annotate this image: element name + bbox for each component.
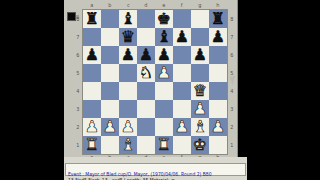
square-g7	[191, 28, 209, 46]
square-c5	[119, 64, 137, 82]
square-b4	[101, 82, 119, 100]
square-d5: ♞	[137, 64, 155, 82]
square-c1: ♝	[119, 136, 137, 154]
square-g5	[191, 64, 209, 82]
square-e6: ♟	[155, 46, 173, 64]
square-e4	[155, 82, 173, 100]
rank-label-6: 6	[228, 46, 236, 64]
square-e8: ♚	[155, 10, 173, 28]
square-b7	[101, 28, 119, 46]
square-c4	[119, 82, 137, 100]
square-b8	[101, 10, 119, 28]
square-d4	[137, 82, 155, 100]
rank-label-6: 6	[74, 46, 82, 64]
square-g3: ♟	[191, 100, 209, 118]
rank-label-1: 1	[228, 136, 236, 154]
square-a4	[83, 82, 101, 100]
rank-label-5: 5	[74, 64, 82, 82]
square-e5: ♟	[155, 64, 173, 82]
square-d3	[137, 100, 155, 118]
white-queen-g4: ♛	[193, 82, 207, 100]
rank-label-3: 3	[74, 100, 82, 118]
square-g8	[191, 10, 209, 28]
square-h8: ♜	[209, 10, 227, 28]
square-h3	[209, 100, 227, 118]
square-d2	[137, 118, 155, 136]
square-f8	[173, 10, 191, 28]
square-b6	[101, 46, 119, 64]
square-f7: ♟	[173, 28, 191, 46]
white-pawn-h2: ♟	[211, 118, 225, 136]
black-bishop-e7: ♝	[157, 28, 171, 46]
square-a6: ♟	[83, 46, 101, 64]
black-pawn-c6: ♟	[121, 46, 135, 64]
square-d8	[137, 10, 155, 28]
square-h5	[209, 64, 227, 82]
square-f3	[173, 100, 191, 118]
square-d7	[137, 28, 155, 46]
black-rook-a8: ♜	[85, 10, 99, 28]
white-pawn-e5: ♟	[157, 64, 171, 82]
square-a2: ♟	[83, 118, 101, 136]
white-bishop-g2: ♝	[193, 118, 207, 136]
square-f1	[173, 136, 191, 154]
square-c3	[119, 100, 137, 118]
square-g2: ♝	[191, 118, 209, 136]
white-pawn-a2: ♟	[85, 118, 99, 136]
black-pawn-a6: ♟	[85, 46, 99, 64]
rank-label-2: 2	[74, 118, 82, 136]
square-a1: ♜	[83, 136, 101, 154]
square-e1: ♜	[155, 136, 173, 154]
black-king-e8: ♚	[157, 10, 171, 28]
square-f5	[173, 64, 191, 82]
white-rook-e1: ♜	[157, 136, 171, 154]
square-e2	[155, 118, 173, 136]
square-a5	[83, 64, 101, 82]
square-b5	[101, 64, 119, 82]
white-pawn-f2: ♟	[175, 118, 189, 136]
white-pawn-g3: ♟	[193, 100, 207, 118]
rank-label-7: 7	[228, 28, 236, 46]
white-pawn-b2: ♟	[103, 118, 117, 136]
file-label-b: b	[101, 1, 119, 10]
square-g4: ♛	[191, 82, 209, 100]
rank-label-3: 3	[228, 100, 236, 118]
square-f4	[173, 82, 191, 100]
square-e3	[155, 100, 173, 118]
rank-label-8: 8	[74, 10, 82, 28]
file-label-g: g	[191, 1, 209, 10]
black-pawn-g6: ♟	[193, 46, 207, 64]
black-pawn-d6: ♟	[139, 46, 153, 64]
square-a3	[83, 100, 101, 118]
square-c8: ♝	[119, 10, 137, 28]
square-a7	[83, 28, 101, 46]
chess-board: ♜♝♚♜♛♝♟♟♟♟♟♟♟♞♟♛♟♟♟♟♟♝♟♜♝♜♚	[83, 10, 227, 154]
square-h2: ♟	[209, 118, 227, 136]
rank-labels-left: 87654321	[74, 10, 82, 154]
square-c2: ♟	[119, 118, 137, 136]
black-rook-h8: ♜	[211, 10, 225, 28]
square-b1	[101, 136, 119, 154]
rank-label-7: 7	[74, 28, 82, 46]
black-queen-c7: ♛	[121, 28, 135, 46]
square-h6	[209, 46, 227, 64]
white-pawn-c2: ♟	[121, 118, 135, 136]
file-label-f: f	[173, 1, 191, 10]
white-bishop-c1: ♝	[121, 136, 135, 154]
square-h4	[209, 82, 227, 100]
square-c6: ♟	[119, 46, 137, 64]
square-f2: ♟	[173, 118, 191, 136]
black-pawn-e6: ♟	[157, 46, 171, 64]
square-h1	[209, 136, 227, 154]
rank-label-8: 8	[228, 10, 236, 28]
rank-label-4: 4	[74, 82, 82, 100]
square-g1: ♚	[191, 136, 209, 154]
square-f6	[173, 46, 191, 64]
square-h7: ♟	[209, 28, 227, 46]
square-b2: ♟	[101, 118, 119, 136]
chess-board-frame: abcdefgh 87654321 ♜♝♚♜♛♝♟♟♟♟♟♟♟♞♟♛♟♟♟♟♟♝…	[64, 0, 238, 157]
square-g6: ♟	[191, 46, 209, 64]
black-pawn-f7: ♟	[175, 28, 189, 46]
file-labels-top: abcdefgh	[83, 1, 227, 9]
square-a8: ♜	[83, 10, 101, 28]
square-b3	[101, 100, 119, 118]
black-pawn-h7: ♟	[211, 28, 225, 46]
black-bishop-c8: ♝	[121, 10, 135, 28]
square-e7: ♝	[155, 28, 173, 46]
square-c7: ♛	[119, 28, 137, 46]
white-knight-d5: ♞	[139, 64, 153, 82]
caption-band: Rijk, Julian – Saleh, Kristine (1-0) Eve…	[64, 157, 247, 180]
white-rook-a1: ♜	[85, 136, 99, 154]
rank-label-2: 2	[228, 118, 236, 136]
status-panel: Event : Mayor of Bled cup/O. Mayor, (197…	[65, 163, 246, 176]
square-d1	[137, 136, 155, 154]
square-d6: ♟	[137, 46, 155, 64]
rank-label-1: 1	[74, 136, 82, 154]
white-king-g1: ♚	[193, 136, 207, 154]
file-label-d: d	[137, 1, 155, 10]
